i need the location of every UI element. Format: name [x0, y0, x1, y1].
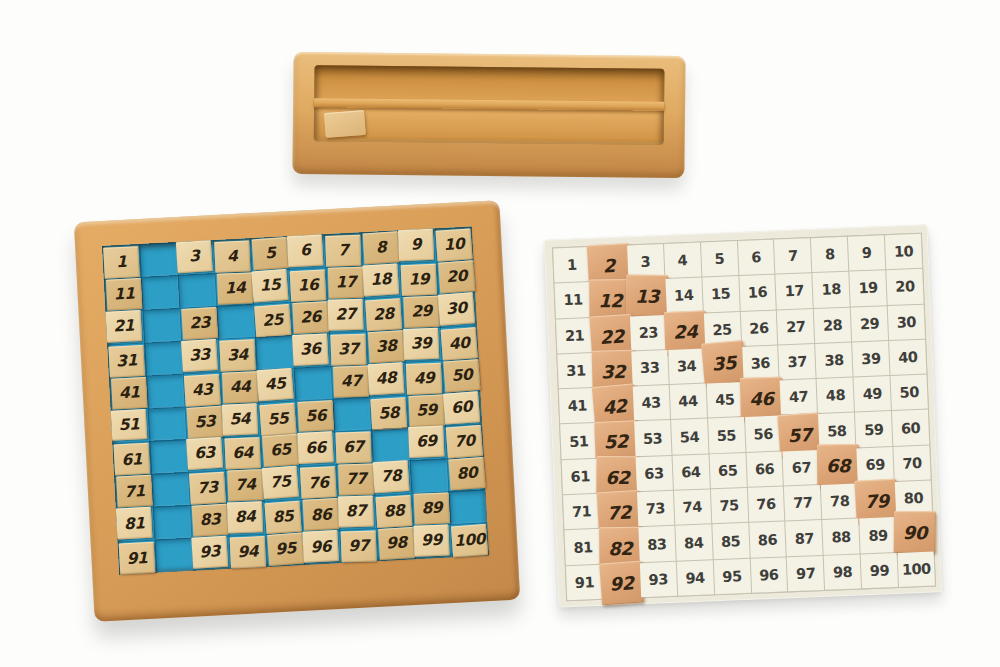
chart-cell-66: 66	[746, 451, 783, 487]
chart-number-38: 38	[824, 352, 844, 369]
board-empty-slot-2[interactable]	[139, 242, 178, 277]
board-tile-73[interactable]: 73	[189, 472, 226, 505]
board-tile-27[interactable]: 27	[328, 299, 364, 331]
board-cell-59: 59	[406, 393, 445, 428]
chart-cell-7: 7	[774, 238, 811, 274]
chart-cell-12: 1212	[591, 281, 628, 317]
board-cell-28: 28	[364, 296, 403, 331]
board-tile-93[interactable]: 93	[191, 536, 228, 569]
board-cell-55: 55	[259, 401, 298, 436]
board-tile-17[interactable]: 17	[328, 267, 364, 299]
chart-number-21: 21	[565, 327, 585, 344]
board-tile-3[interactable]: 3	[176, 240, 213, 273]
board-empty-slot-79[interactable]	[410, 459, 449, 494]
board-cell-93: 93	[191, 536, 230, 571]
board-tile-77[interactable]: 77	[338, 464, 374, 496]
chart-cell-10: 10	[885, 234, 922, 270]
chart-number-65: 65	[718, 462, 738, 479]
chart-cell-28: 28	[814, 307, 851, 343]
chart-number-15: 15	[711, 286, 731, 303]
chart-number-29: 29	[860, 315, 880, 332]
board-tile-11[interactable]: 11	[106, 278, 143, 311]
chart-cell-68: 6868	[820, 448, 857, 484]
chart-cell-82: 8282	[601, 528, 638, 564]
board-tile-74[interactable]: 74	[227, 469, 263, 501]
board-cell-31: 31	[107, 343, 146, 378]
chart-cell-15: 15	[702, 276, 739, 312]
chart-cell-37: 37	[779, 344, 816, 380]
chart-cell-61: 61	[562, 459, 599, 495]
loose-tile-in-box[interactable]	[324, 110, 366, 138]
chart-number-77: 77	[793, 495, 813, 512]
board-tile-10[interactable]: 10	[435, 228, 472, 261]
board-tile-84[interactable]: 84	[227, 501, 263, 533]
chart-cell-95: 95	[713, 559, 750, 595]
board-empty-slot-46[interactable]	[294, 366, 333, 401]
board-cell-25: 25	[253, 302, 292, 337]
chart-number-54: 54	[680, 428, 700, 445]
chart-number-84: 84	[684, 534, 704, 551]
board-tile-53[interactable]: 53	[187, 405, 224, 438]
chart-cell-23: 23	[630, 315, 667, 351]
chart-cell-100: 100	[898, 551, 935, 587]
board-cell-53: 53	[185, 404, 224, 439]
board-tile-61[interactable]: 61	[114, 443, 151, 476]
board-empty-slot-42[interactable]	[146, 374, 185, 409]
chart-cell-93: 93	[640, 562, 677, 598]
chart-number-26: 26	[749, 320, 769, 337]
board-tile-20[interactable]: 20	[438, 260, 475, 293]
board-tile-39[interactable]: 39	[403, 327, 439, 359]
board-tile-86[interactable]: 86	[303, 498, 340, 531]
chart-number-80: 80	[904, 490, 924, 507]
board-tile-59[interactable]: 59	[409, 394, 445, 426]
board-cell-94: 94	[228, 534, 267, 569]
board-cell-75: 75	[262, 466, 301, 501]
board-tile-37[interactable]: 37	[330, 333, 366, 365]
board-cell-3: 3	[176, 240, 215, 275]
chart-number-1: 1	[567, 257, 577, 273]
chart-cell-42: 4242	[596, 387, 633, 423]
board-tile-81[interactable]: 81	[116, 507, 153, 540]
chart-cell-51: 51	[560, 423, 597, 459]
chart-cell-14: 14	[665, 278, 702, 314]
board-empty-slot-22[interactable]	[142, 308, 181, 343]
board-tile-83[interactable]: 83	[192, 504, 229, 537]
board-tile-95[interactable]: 95	[267, 533, 304, 566]
chart-tile-79[interactable]: 79	[855, 479, 899, 523]
board-cell-15: 15	[252, 269, 291, 304]
chart-number-51: 51	[569, 433, 589, 450]
board-tile-89[interactable]: 89	[414, 493, 450, 525]
board-cell-83: 83	[190, 503, 229, 538]
chart-cell-97: 97	[787, 556, 824, 592]
board-tile-44[interactable]: 44	[222, 371, 258, 403]
board-empty-slot-62[interactable]	[149, 439, 188, 474]
board-tile-45[interactable]: 45	[256, 367, 293, 400]
board-tile-16[interactable]: 16	[290, 269, 327, 302]
chart-cell-81: 81	[564, 529, 601, 565]
board-empty-slot-68[interactable]	[371, 428, 410, 463]
board-empty-slot-82[interactable]	[153, 505, 192, 540]
board-tile-80[interactable]: 80	[448, 457, 485, 490]
board-tile-76[interactable]: 76	[300, 466, 337, 499]
board-tile-4[interactable]: 4	[214, 240, 250, 272]
chart-tile-92[interactable]: 92	[599, 560, 644, 605]
chart-number-70: 70	[902, 455, 922, 472]
chart-cell-57: 5757	[781, 415, 818, 451]
board-cell-50: 50	[442, 358, 481, 393]
board-tile-5[interactable]: 5	[252, 237, 289, 270]
board-empty-slot-57[interactable]	[332, 397, 371, 432]
board-tile-7[interactable]: 7	[325, 235, 361, 267]
board-tile-48[interactable]: 48	[367, 362, 404, 395]
board-cell-27: 27	[327, 298, 366, 333]
chart-cell-40: 40	[889, 340, 926, 376]
chart-cell-78: 78	[821, 484, 858, 520]
board-cell-29: 29	[401, 294, 440, 329]
board-cell-44: 44	[220, 370, 259, 405]
chart-number-76: 76	[756, 496, 776, 513]
board-cell-88: 88	[375, 493, 414, 528]
board-cell-67: 67	[334, 430, 373, 465]
chart-number-91: 91	[575, 574, 595, 591]
board-cell-14: 14	[215, 271, 254, 306]
chart-cell-62: 6262	[598, 457, 635, 493]
board-cell-64: 64	[223, 435, 262, 470]
board-tile-6[interactable]: 6	[287, 234, 324, 267]
board-tile-9[interactable]: 9	[398, 229, 434, 261]
chart-cell-26: 26	[740, 310, 777, 346]
board-tile-50[interactable]: 50	[443, 359, 480, 392]
chart-cell-6: 6	[737, 240, 774, 276]
board-tile-33[interactable]: 33	[181, 339, 218, 372]
board-cell-6: 6	[287, 234, 326, 269]
board-cell-91: 91	[118, 540, 157, 575]
chart-number-87: 87	[794, 530, 814, 547]
board-tile-65[interactable]: 65	[262, 434, 299, 467]
board-tile-98[interactable]: 98	[378, 527, 415, 560]
chart-cell-60: 60	[892, 410, 929, 446]
chart-tile-46[interactable]: 46	[740, 377, 783, 420]
hundred-board-frame: 1345678910111415161718192021232526272829…	[74, 200, 520, 622]
chart-number-89: 89	[868, 527, 888, 544]
chart-tile-13[interactable]: 13	[626, 275, 668, 317]
board-cell-10: 10	[435, 227, 474, 262]
board-cell-11: 11	[104, 277, 143, 312]
chart-cell-4: 4	[664, 243, 701, 279]
board-tile-69[interactable]: 69	[408, 426, 444, 458]
chart-number-31: 31	[566, 362, 586, 379]
board-tile-51[interactable]: 51	[111, 408, 148, 441]
board-tile-49[interactable]: 49	[406, 362, 442, 394]
chart-cell-27: 27	[777, 309, 814, 345]
board-tile-43[interactable]: 43	[184, 373, 221, 406]
board-tile-30[interactable]: 30	[438, 292, 475, 325]
chart-cell-13: 1313	[628, 279, 665, 315]
board-cell-74: 74	[225, 468, 264, 503]
board-cell-26: 26	[290, 300, 329, 335]
board-cell-21: 21	[106, 310, 145, 345]
board-tile-15[interactable]: 15	[251, 269, 288, 302]
board-tile-94[interactable]: 94	[230, 536, 266, 568]
chart-cell-56: 56	[745, 416, 782, 452]
board-tile-8[interactable]: 8	[363, 231, 400, 264]
chart-number-69: 69	[865, 456, 885, 473]
chart-number-37: 37	[787, 353, 807, 370]
board-cell-96: 96	[302, 530, 341, 565]
chart-cell-44: 44	[669, 384, 706, 420]
board-empty-slot-52[interactable]	[148, 406, 187, 441]
chart-number-61: 61	[570, 468, 590, 485]
board-tile-78[interactable]: 78	[373, 460, 410, 493]
board-cell-16: 16	[289, 267, 328, 302]
board-cell-97: 97	[339, 528, 378, 563]
chart-cell-79: 7979	[858, 482, 895, 518]
board-tile-14[interactable]: 14	[217, 272, 253, 304]
board-tile-19[interactable]: 19	[401, 264, 437, 296]
board-cell-73: 73	[188, 470, 227, 505]
chart-number-100: 100	[902, 560, 931, 577]
board-empty-slot-32[interactable]	[144, 341, 183, 376]
board-tile-97[interactable]: 97	[341, 531, 377, 563]
chart-cell-8: 8	[811, 237, 848, 273]
board-cell-19: 19	[399, 261, 438, 296]
board-cell-30: 30	[438, 292, 477, 327]
chart-cell-65: 65	[709, 453, 746, 489]
chart-cell-30: 30	[888, 304, 925, 340]
chart-cell-47: 47	[780, 379, 817, 415]
chart-cell-86: 86	[749, 522, 786, 558]
chart-number-86: 86	[758, 531, 778, 548]
board-tile-85[interactable]: 85	[264, 501, 301, 534]
board-cell-5: 5	[250, 236, 289, 271]
board-tile-40[interactable]: 40	[441, 327, 478, 360]
board-cell-63: 63	[186, 437, 225, 472]
board-tile-58[interactable]: 58	[370, 397, 407, 430]
chart-cell-88: 88	[823, 519, 860, 555]
wooden-storage-box	[292, 52, 685, 178]
chart-number-5: 5	[714, 251, 724, 267]
chart-number-19: 19	[858, 280, 878, 297]
board-tile-63[interactable]: 63	[186, 437, 223, 470]
board-cell-43: 43	[183, 372, 222, 407]
chart-number-28: 28	[823, 317, 843, 334]
chart-number-17: 17	[784, 283, 804, 300]
board-empty-slot-90[interactable]	[448, 489, 487, 524]
chart-tile-90[interactable]: 90	[894, 511, 936, 553]
board-cell-34: 34	[218, 337, 257, 372]
chart-cell-46: 4646	[743, 381, 780, 417]
board-tile-66[interactable]: 66	[297, 432, 334, 465]
board-cell-98: 98	[376, 526, 415, 561]
board-cell-78: 78	[373, 460, 412, 495]
chart-cell-1: 1	[553, 247, 590, 283]
board-cell-89: 89	[411, 491, 450, 526]
board-tile-29[interactable]: 29	[403, 295, 439, 327]
board-cell-87: 87	[338, 495, 377, 530]
chart-cell-75: 75	[711, 488, 748, 524]
board-cell-23: 23	[179, 306, 218, 341]
board-empty-slot-72[interactable]	[151, 472, 190, 507]
chart-cell-32: 3232	[594, 351, 631, 387]
board-tile-87[interactable]: 87	[338, 496, 374, 528]
control-chart-grid: 1223456789101112121313141516171819202122…	[552, 233, 936, 602]
board-tile-56[interactable]: 56	[298, 400, 335, 433]
chart-number-93: 93	[648, 571, 668, 588]
board-cell-33: 33	[181, 339, 220, 374]
board-cell-76: 76	[299, 464, 338, 499]
chart-cell-92: 9292	[603, 563, 640, 599]
board-tile-96[interactable]: 96	[302, 530, 339, 563]
board-tile-55[interactable]: 55	[259, 402, 296, 435]
chart-number-64: 64	[681, 464, 701, 481]
chart-number-23: 23	[638, 324, 658, 341]
board-tile-23[interactable]: 23	[181, 307, 218, 340]
chart-number-7: 7	[788, 248, 798, 264]
board-tile-91[interactable]: 91	[119, 542, 156, 575]
chart-cell-69: 69	[857, 447, 894, 483]
chart-number-41: 41	[567, 398, 587, 415]
chart-cell-22: 2222	[593, 316, 630, 352]
board-tile-36[interactable]: 36	[292, 333, 329, 366]
chart-cell-90: 9090	[896, 516, 933, 552]
board-empty-slot-92[interactable]	[155, 538, 194, 573]
chart-cell-38: 38	[815, 342, 852, 378]
chart-number-9: 9	[862, 245, 872, 261]
board-empty-slot-12[interactable]	[141, 275, 180, 310]
chart-cell-48: 48	[817, 378, 854, 414]
board-tile-64[interactable]: 64	[225, 438, 261, 470]
chart-number-60: 60	[901, 420, 921, 437]
chart-cell-17: 17	[776, 273, 813, 309]
chart-number-36: 36	[750, 355, 770, 372]
board-cell-71: 71	[114, 474, 153, 509]
board-cell-8: 8	[361, 230, 400, 265]
chart-cell-67: 67	[783, 450, 820, 486]
chart-cell-45: 45	[706, 382, 743, 418]
board-tile-47[interactable]: 47	[333, 365, 369, 397]
board-tile-31[interactable]: 31	[108, 345, 145, 378]
chart-number-95: 95	[722, 568, 742, 585]
board-cell-4: 4	[213, 238, 252, 273]
chart-number-58: 58	[827, 423, 847, 440]
chart-cell-41: 41	[559, 388, 596, 424]
chart-number-34: 34	[677, 358, 697, 375]
board-tile-88[interactable]: 88	[375, 495, 412, 528]
board-tile-70[interactable]: 70	[446, 425, 483, 458]
chart-cell-91: 91	[566, 564, 603, 600]
hundred-board-grid: 1345678910111415161718192021232526272829…	[102, 227, 489, 575]
chart-cell-72: 7272	[600, 492, 637, 528]
board-cell-49: 49	[405, 360, 444, 395]
chart-number-39: 39	[861, 350, 881, 367]
chart-number-85: 85	[721, 533, 741, 550]
board-cell-38: 38	[366, 329, 405, 364]
chart-number-94: 94	[685, 570, 705, 587]
chart-cell-70: 70	[893, 445, 930, 481]
board-tile-67[interactable]: 67	[336, 432, 372, 464]
chart-cell-21: 21	[556, 318, 593, 354]
board-cell-60: 60	[443, 391, 482, 426]
chart-number-73: 73	[645, 500, 665, 517]
box-cavity	[314, 65, 665, 145]
board-cell-58: 58	[369, 395, 408, 430]
chart-number-71: 71	[572, 503, 592, 520]
chart-cell-84: 84	[675, 525, 712, 561]
board-tile-38[interactable]: 38	[368, 330, 405, 363]
board-tile-18[interactable]: 18	[362, 263, 399, 296]
chart-cell-98: 98	[824, 554, 861, 590]
chart-cell-63: 63	[635, 456, 672, 492]
board-cell-37: 37	[329, 331, 368, 366]
chart-cell-24: 2424	[667, 313, 704, 349]
board-tile-60[interactable]: 60	[443, 391, 480, 424]
board-tile-41[interactable]: 41	[111, 376, 148, 409]
board-tile-71[interactable]: 71	[116, 475, 153, 508]
chart-cell-53: 53	[634, 420, 671, 456]
board-cell-66: 66	[297, 431, 336, 466]
chart-number-4: 4	[677, 252, 687, 268]
board-tile-75[interactable]: 75	[262, 466, 299, 499]
board-tile-34[interactable]: 34	[219, 339, 255, 371]
chart-number-99: 99	[870, 562, 890, 579]
board-cell-85: 85	[264, 499, 303, 534]
board-tile-21[interactable]: 21	[106, 310, 143, 343]
control-chart-paper: 1223456789101112121313141516171819202122…	[544, 224, 942, 607]
board-cell-48: 48	[368, 362, 407, 397]
chart-number-59: 59	[864, 421, 884, 438]
chart-number-8: 8	[825, 246, 835, 262]
chart-cell-76: 76	[747, 487, 784, 523]
board-tile-99[interactable]: 99	[413, 525, 449, 557]
board-empty-slot-35[interactable]	[255, 335, 294, 370]
board-cell-77: 77	[336, 462, 375, 497]
chart-cell-87: 87	[786, 520, 823, 556]
board-empty-slot-24[interactable]	[216, 304, 255, 339]
board-cell-80: 80	[447, 457, 486, 492]
chart-number-6: 6	[751, 249, 761, 265]
chart-number-67: 67	[792, 459, 812, 476]
hundred-board-set-photo: 1345678910111415161718192021232526272829…	[0, 0, 1000, 667]
board-cell-17: 17	[326, 265, 365, 300]
board-tile-100[interactable]: 100	[451, 524, 488, 557]
board-cell-39: 39	[403, 327, 442, 362]
chart-cell-34: 34	[668, 348, 705, 384]
board-cell-41: 41	[109, 375, 148, 410]
chart-number-97: 97	[796, 565, 816, 582]
board-cell-40: 40	[440, 325, 479, 360]
chart-cell-89: 89	[859, 517, 896, 553]
chart-number-98: 98	[833, 564, 853, 581]
chart-number-11: 11	[563, 292, 583, 309]
chart-cell-52: 5252	[597, 422, 634, 458]
board-cell-61: 61	[112, 441, 151, 476]
chart-number-3: 3	[640, 254, 650, 270]
board-cell-56: 56	[295, 399, 334, 434]
board-empty-slot-13[interactable]	[178, 273, 217, 308]
board-tile-28[interactable]: 28	[365, 298, 402, 331]
board-tile-26[interactable]: 26	[292, 301, 329, 334]
board-tile-54[interactable]: 54	[222, 403, 258, 435]
chart-tile-68[interactable]: 68	[817, 444, 859, 486]
chart-cell-74: 74	[674, 489, 711, 525]
chart-cell-59: 59	[855, 412, 892, 448]
board-tile-1[interactable]: 1	[103, 246, 140, 279]
chart-number-50: 50	[899, 384, 919, 401]
board-tile-25[interactable]: 25	[254, 304, 291, 337]
chart-cell-11: 11	[555, 282, 592, 318]
